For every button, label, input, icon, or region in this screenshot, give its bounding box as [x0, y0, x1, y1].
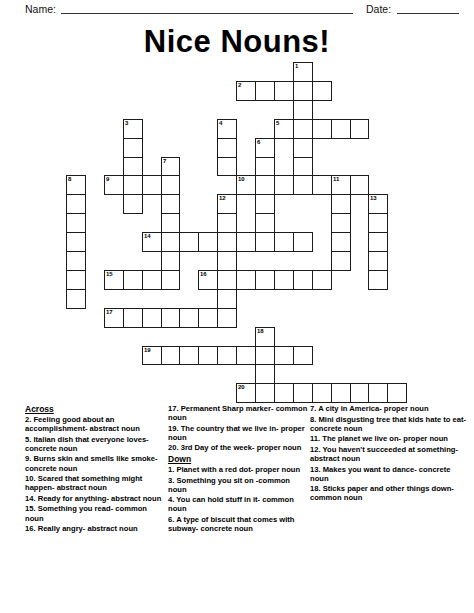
grid-cell[interactable]: 8	[66, 175, 86, 195]
grid-cell[interactable]	[236, 346, 256, 365]
grid-cell[interactable]	[255, 346, 275, 365]
grid-cell[interactable]	[179, 308, 199, 328]
grid-cell[interactable]	[236, 232, 256, 252]
grid-cell[interactable]	[198, 308, 218, 328]
clue-number: 9	[106, 176, 109, 183]
grid-cell[interactable]	[255, 157, 275, 176]
grid-cell[interactable]	[123, 194, 143, 214]
grid-cell[interactable]	[274, 383, 294, 403]
grid-cell[interactable]	[255, 175, 275, 195]
grid-cell[interactable]	[387, 383, 407, 403]
grid-cell[interactable]: 4	[217, 119, 237, 139]
grid-cell[interactable]	[312, 81, 332, 101]
clue-across-5: 5. Italian dish that everyone loves- con…	[25, 435, 165, 453]
clue-number: 16	[200, 271, 207, 278]
grid-cell[interactable]: 2	[236, 81, 256, 101]
grid-cell[interactable]	[66, 213, 86, 233]
grid-cell[interactable]: 11	[331, 175, 351, 195]
clue-down-4: 4. You can hold stuff in it- common noun	[168, 495, 308, 513]
clue-across-15: 15. Something you read- common noun	[25, 504, 165, 522]
grid-cell[interactable]	[368, 213, 388, 233]
grid-cell[interactable]	[331, 383, 351, 403]
page-title: Nice Nouns!	[0, 24, 474, 60]
grid-cell[interactable]	[274, 175, 294, 195]
grid-cell[interactable]: 7	[161, 157, 180, 176]
clue-across-14: 14. Ready for anything- abstract noun	[25, 494, 165, 503]
clue-down-8: 8. Mini disgusting tree that kids hate t…	[310, 415, 468, 433]
clue-down-11: 11. The planet we live on- proper noun	[310, 434, 468, 443]
grid-cell[interactable]: 14	[142, 232, 162, 252]
clue-down-12: 12. You haven't succeeded at something- …	[310, 445, 468, 463]
grid-cell[interactable]	[255, 364, 275, 384]
grid-cell[interactable]	[350, 383, 369, 403]
grid-cell[interactable]: 9	[104, 175, 124, 195]
grid-cell[interactable]: 19	[142, 346, 162, 365]
clue-down-3: 3. Something you sit on -common noun	[168, 476, 308, 494]
clue-number: 2	[238, 82, 241, 89]
clue-number: 17	[106, 309, 113, 316]
crossword-grid: 1234567891011121314151617181920	[66, 62, 411, 407]
grid-cell[interactable]	[179, 346, 199, 365]
clue-down-1: 1. Planet with a red dot- proper noun	[168, 465, 308, 474]
clue-number: 1	[295, 63, 298, 70]
clue-number: 18	[257, 328, 264, 335]
clue-down-7: 7. A city in America- proper noun	[310, 404, 468, 413]
clue-column-left: Across2. Feeling good about an accomplis…	[25, 404, 165, 535]
grid-cell[interactable]	[331, 194, 351, 214]
grid-cell[interactable]	[255, 213, 275, 233]
grid-cell[interactable]	[66, 270, 86, 290]
clue-across-2: 2. Feeling good about an accomplishment-…	[25, 415, 165, 433]
grid-cell[interactable]	[293, 383, 313, 403]
grid-cell[interactable]	[312, 175, 332, 195]
grid-cell[interactable]	[368, 232, 388, 252]
grid-cell[interactable]	[142, 270, 162, 290]
grid-cell[interactable]	[161, 270, 180, 290]
clue-number: 11	[333, 176, 339, 183]
grid-cell[interactable]	[312, 119, 332, 139]
grid-cell[interactable]	[368, 383, 388, 403]
grid-cell[interactable]	[368, 270, 388, 290]
grid-cell[interactable]	[350, 175, 369, 195]
grid-cell[interactable]: 10	[236, 175, 256, 195]
clue-down-6: 6. A type of biscuit that comes with sub…	[168, 515, 308, 533]
name-label: Name:	[25, 3, 56, 15]
clue-number: 19	[144, 347, 151, 354]
grid-cell[interactable]	[66, 251, 86, 271]
clue-across-19: 19. The country that we live in- proper …	[168, 424, 308, 442]
grid-cell[interactable]	[255, 383, 275, 403]
grid-cell[interactable]	[161, 232, 180, 252]
clue-number: 5	[276, 120, 279, 127]
grid-cell[interactable]	[293, 270, 313, 290]
clue-column-middle: 17. Permanent Sharp marker- common noun1…	[168, 404, 308, 535]
grid-cell[interactable]	[350, 119, 369, 139]
grid-cell[interactable]	[217, 289, 237, 309]
grid-cell[interactable]	[217, 157, 237, 176]
name-write-line	[61, 0, 353, 14]
grid-cell[interactable]	[331, 213, 351, 233]
grid-cell[interactable]	[217, 308, 237, 328]
grid-cell[interactable]	[161, 251, 180, 271]
grid-cell[interactable]	[274, 346, 294, 365]
grid-cell[interactable]	[293, 175, 313, 195]
grid-cell[interactable]	[66, 289, 86, 309]
grid-cell[interactable]	[123, 308, 143, 328]
worksheet-page: Name: Date: Nice Nouns! 1234567891011121…	[0, 0, 474, 613]
grid-cell[interactable]	[293, 157, 313, 176]
clue-across-17: 17. Permanent Sharp marker- common noun	[168, 404, 308, 422]
grid-cell[interactable]	[331, 232, 351, 252]
grid-cell[interactable]	[274, 81, 294, 101]
grid-cell[interactable]: 3	[123, 119, 143, 139]
clue-number: 3	[125, 120, 128, 127]
grid-cell[interactable]	[179, 232, 199, 252]
grid-cell[interactable]	[123, 270, 143, 290]
grid-cell[interactable]	[198, 346, 218, 365]
grid-cell[interactable]: 20	[236, 383, 256, 403]
grid-cell[interactable]	[255, 270, 275, 290]
grid-cell[interactable]: 16	[198, 270, 218, 290]
clue-number: 8	[68, 176, 71, 183]
grid-cell[interactable]: 6	[255, 138, 275, 158]
grid-cell[interactable]	[274, 270, 294, 290]
grid-cell[interactable]	[274, 232, 294, 252]
grid-cell[interactable]	[217, 346, 237, 365]
grid-cell[interactable]: 15	[104, 270, 124, 290]
grid-cell[interactable]	[161, 213, 180, 233]
grid-cell[interactable]	[255, 194, 275, 214]
grid-cell[interactable]	[123, 157, 143, 176]
grid-cell[interactable]	[217, 138, 237, 158]
grid-cell[interactable]	[217, 213, 237, 233]
date-label: Date:	[366, 3, 391, 15]
grid-cell[interactable]	[66, 232, 86, 252]
grid-cell[interactable]	[293, 138, 313, 158]
grid-cell[interactable]: 5	[274, 119, 294, 139]
date-write-line	[397, 0, 459, 14]
grid-cell[interactable]	[312, 383, 332, 403]
grid-cell[interactable]	[217, 270, 237, 290]
grid-cell[interactable]	[255, 232, 275, 252]
grid-cell[interactable]	[142, 308, 162, 328]
clue-number: 14	[144, 233, 151, 240]
grid-cell[interactable]	[123, 175, 143, 195]
grid-cell[interactable]	[331, 119, 351, 139]
across-header: Across	[25, 404, 165, 414]
clue-across-20: 20. 3rd Day of the week- proper noun	[168, 443, 308, 452]
grid-cell[interactable]: 13	[368, 194, 388, 214]
grid-cell[interactable]	[161, 175, 180, 195]
grid-cell[interactable]	[293, 119, 313, 139]
clue-number: 10	[238, 176, 245, 183]
grid-cell[interactable]: 12	[217, 194, 237, 214]
grid-cell[interactable]	[331, 251, 351, 271]
grid-cell[interactable]: 17	[104, 308, 124, 328]
clue-column-right: 7. A city in America- proper noun8. Mini…	[310, 404, 468, 504]
grid-cell[interactable]	[123, 138, 143, 158]
grid-cell[interactable]	[161, 346, 180, 365]
grid-cell[interactable]	[255, 81, 275, 101]
grid-cell[interactable]	[293, 81, 313, 101]
grid-cell[interactable]	[293, 346, 313, 365]
down-header: Down	[168, 454, 308, 464]
grid-cell[interactable]: 1	[293, 62, 313, 82]
grid-cell[interactable]	[293, 232, 313, 252]
clue-number: 6	[257, 139, 260, 146]
grid-cell[interactable]	[293, 100, 313, 120]
clue-number: 7	[163, 158, 166, 165]
clue-number: 20	[238, 384, 245, 391]
grid-cell[interactable]	[66, 194, 86, 214]
clue-down-18: 18. Sticks paper and other things down- …	[310, 484, 468, 502]
grid-cell[interactable]	[161, 194, 180, 214]
clue-across-10: 10. Scared that something might happen- …	[25, 474, 165, 492]
grid-cell[interactable]	[142, 175, 162, 195]
grid-cell[interactable]	[236, 270, 256, 290]
clue-down-13: 13. Makes you want to dance- concrete no…	[310, 465, 468, 483]
grid-cell[interactable]	[217, 251, 237, 271]
clue-number: 13	[370, 195, 377, 202]
clue-across-16: 16. Really angry- abstract noun	[25, 524, 165, 533]
clue-number: 12	[219, 195, 226, 202]
clue-number: 15	[106, 271, 113, 278]
clue-across-9: 9. Burns skin and smells like smoke- con…	[25, 454, 165, 472]
grid-cell[interactable]	[368, 251, 388, 271]
grid-cell[interactable]: 18	[255, 327, 275, 347]
grid-cell[interactable]	[312, 270, 332, 290]
grid-cell[interactable]	[198, 232, 218, 252]
grid-cell[interactable]	[217, 232, 237, 252]
grid-cell[interactable]	[161, 308, 180, 328]
clue-number: 4	[219, 120, 222, 127]
